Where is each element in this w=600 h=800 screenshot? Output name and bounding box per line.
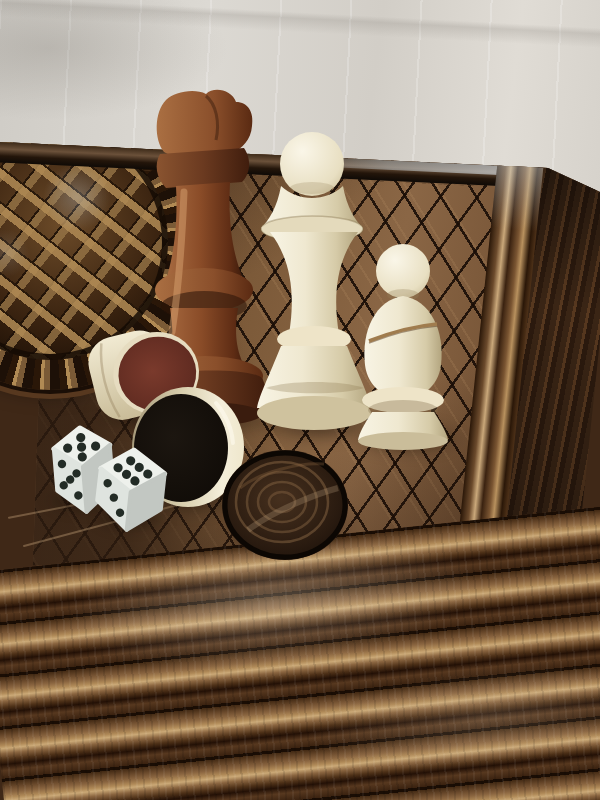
chess-bishop-light-shape [350, 238, 455, 450]
die-right [90, 438, 173, 534]
photo-scene [0, 0, 600, 800]
die-right-shape [90, 438, 173, 534]
chess-bishop-light [350, 238, 455, 450]
checker-dark-grooved [220, 448, 350, 566]
checker-dark-grooved-shape [220, 448, 350, 566]
